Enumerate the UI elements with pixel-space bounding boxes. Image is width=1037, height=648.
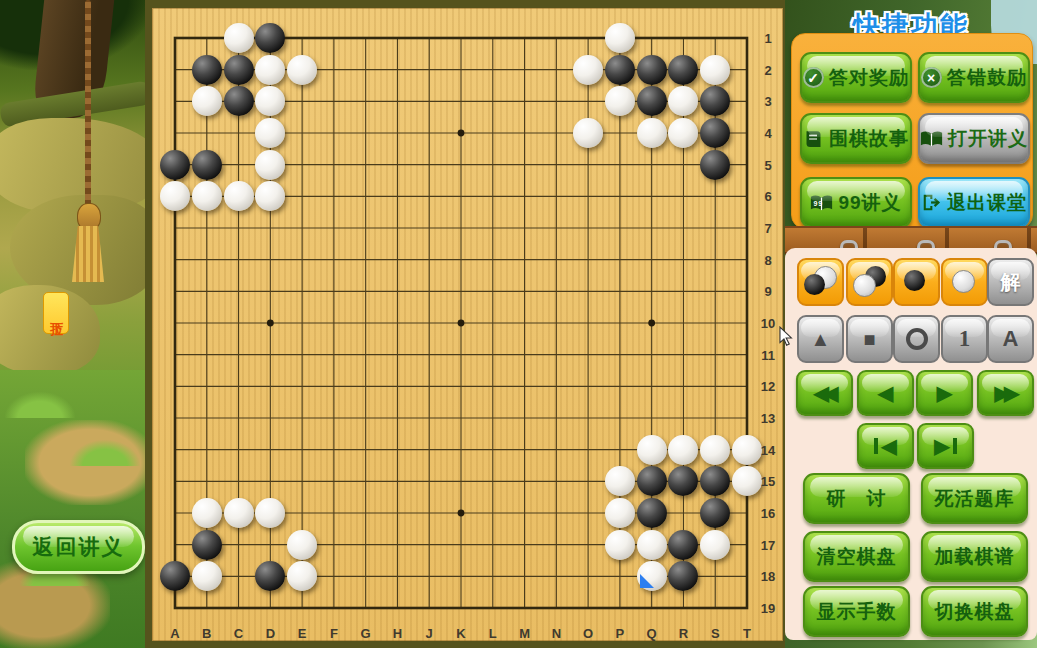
black-stone	[192, 150, 222, 180]
column-label: P	[609, 626, 631, 641]
jump-end-button[interactable]: ▶	[917, 423, 974, 469]
black-stone	[605, 55, 635, 85]
button-label: 答错鼓励	[947, 65, 1027, 91]
white-stone-tool[interactable]	[941, 258, 988, 306]
rewind-icon: ◀◀	[817, 381, 833, 405]
letter-marker-button[interactable]: A	[987, 315, 1034, 363]
x-circle-icon: ×	[921, 67, 942, 88]
hanging-rope	[85, 0, 91, 212]
clear-board-button[interactable]: 清空棋盘	[803, 531, 910, 582]
grass-tuft	[70, 440, 140, 466]
circle-icon	[906, 328, 928, 350]
column-label: D	[259, 626, 281, 641]
white-stone	[192, 561, 222, 591]
row-label: 2	[757, 63, 779, 78]
go-story-button[interactable]: 围棋故事	[800, 113, 912, 164]
black-stone	[192, 55, 222, 85]
button-label: 清空棋盘	[817, 544, 897, 570]
white-stone	[573, 55, 603, 85]
open-book-icon	[920, 130, 943, 148]
go-board[interactable]: ABCDEFGHJKLMNOPQRST 12345678910111213141…	[152, 8, 783, 641]
black-stone-tool[interactable]	[893, 258, 940, 306]
triangle-marker-button[interactable]: ▲	[797, 315, 844, 363]
grass-tuft	[5, 392, 75, 418]
black-stone	[668, 530, 698, 560]
white-stone	[637, 530, 667, 560]
white-stone	[287, 530, 317, 560]
button-label: 打开讲义	[948, 126, 1028, 152]
row-label: 10	[757, 316, 779, 331]
row-label: 5	[757, 158, 779, 173]
triangle-icon: ▲	[811, 328, 831, 351]
white-stone-icon	[952, 270, 975, 293]
black-stone	[192, 530, 222, 560]
white-stone	[224, 181, 254, 211]
white-stone	[700, 55, 730, 85]
row-label: 18	[757, 569, 779, 584]
row-label: 15	[757, 474, 779, 489]
white-stone	[573, 118, 603, 148]
column-label: J	[418, 626, 440, 641]
row-label: 1	[757, 31, 779, 46]
white-stone	[605, 466, 635, 496]
white-stone	[192, 498, 222, 528]
jump-end-icon: ▶	[934, 438, 956, 454]
black-stone	[224, 55, 254, 85]
row-label: 8	[757, 253, 779, 268]
back-button-label: 返回讲义	[33, 533, 125, 561]
row-label: 9	[757, 284, 779, 299]
number-marker-button[interactable]: 1	[941, 315, 988, 363]
jump-start-icon: ◀	[874, 438, 896, 454]
black-stone	[637, 466, 667, 496]
pull-down-tag[interactable]: 下拉	[43, 292, 69, 334]
quick-function-panel: ✓ 答对奖励 × 答错鼓励 围棋故事 打开讲义 99	[791, 33, 1033, 229]
column-label: B	[196, 626, 218, 641]
white-stone	[224, 498, 254, 528]
number-1-icon: 1	[959, 326, 971, 352]
book-99-icon: 99	[810, 194, 833, 212]
last-move-marker	[640, 574, 654, 588]
row-label: 12	[757, 379, 779, 394]
black-then-white-tool[interactable]	[797, 258, 844, 306]
go-teaching-app: 下拉 返回讲义 ABCDEFGHJKLMNOPQRST 123456789101…	[0, 0, 1037, 648]
white-stone	[192, 86, 222, 116]
open-lecture-button[interactable]: 打开讲义	[918, 113, 1030, 164]
square-icon: ■	[863, 328, 875, 351]
black-stone-icon	[904, 270, 925, 291]
white-stone	[605, 530, 635, 560]
research-button[interactable]: 研 讨	[803, 473, 910, 524]
row-label: 11	[757, 348, 779, 363]
white-stone	[668, 435, 698, 465]
button-label: 答对奖励	[829, 65, 909, 91]
column-label: N	[545, 626, 567, 641]
exit-icon	[921, 193, 942, 212]
column-label: R	[672, 626, 694, 641]
step-back-button[interactable]: ◀	[857, 370, 914, 416]
column-label: E	[291, 626, 313, 641]
book-icon	[803, 129, 824, 149]
lecture-99-button[interactable]: 99 99讲义	[800, 177, 912, 228]
row-label: 7	[757, 221, 779, 236]
row-label: 19	[757, 601, 779, 616]
column-label: T	[736, 626, 758, 641]
white-stone	[700, 435, 730, 465]
button-label: 99讲义	[838, 190, 901, 216]
step-forward-icon: ▶	[937, 381, 952, 405]
column-label: H	[386, 626, 408, 641]
right-panel: 快捷功能 ✓ 答对奖励 × 答错鼓励 围棋故事 打开讲义	[785, 0, 1037, 648]
board-column: ABCDEFGHJKLMNOPQRST 12345678910111213141…	[145, 0, 785, 648]
row-label: 4	[757, 126, 779, 141]
answer-label: 解	[1001, 269, 1021, 296]
jump-start-button[interactable]: ◀	[857, 423, 914, 469]
white-stone	[637, 561, 667, 591]
step-forward-button[interactable]: ▶	[916, 370, 973, 416]
square-marker-button[interactable]: ■	[846, 315, 893, 363]
black-stone-icon	[804, 274, 825, 295]
column-label: M	[514, 626, 536, 641]
black-stone	[668, 55, 698, 85]
white-stone	[192, 181, 222, 211]
white-stone	[255, 55, 285, 85]
column-label: O	[577, 626, 599, 641]
check-circle-icon: ✓	[803, 67, 824, 88]
white-stone	[637, 435, 667, 465]
button-label: 显示手数	[817, 599, 897, 625]
rewind-button[interactable]: ◀◀	[796, 370, 853, 416]
black-stone	[637, 86, 667, 116]
column-label: F	[323, 626, 345, 641]
white-stone	[700, 530, 730, 560]
button-label: 死活题库	[935, 486, 1015, 512]
row-label: 16	[757, 506, 779, 521]
answer-button[interactable]: 解	[987, 258, 1034, 306]
black-stone	[637, 55, 667, 85]
switch-board-button[interactable]: 切换棋盘	[921, 586, 1028, 637]
load-kifu-button[interactable]: 加载棋谱	[921, 531, 1028, 582]
row-label: 13	[757, 411, 779, 426]
black-stone	[637, 498, 667, 528]
letter-a-icon: A	[1003, 326, 1019, 352]
fast-forward-icon: ▶▶	[998, 381, 1014, 405]
column-label: C	[228, 626, 250, 641]
fast-forward-button[interactable]: ▶▶	[977, 370, 1034, 416]
step-back-icon: ◀	[878, 381, 893, 405]
white-stone	[605, 498, 635, 528]
white-stone	[255, 150, 285, 180]
black-stone	[224, 86, 254, 116]
white-stone	[637, 118, 667, 148]
svg-text:99: 99	[814, 199, 824, 206]
white-stone	[605, 86, 635, 116]
column-label: S	[704, 626, 726, 641]
white-stone	[287, 55, 317, 85]
row-label: 6	[757, 189, 779, 204]
life-death-problems-button[interactable]: 死活题库	[921, 473, 1028, 524]
circle-marker-button[interactable]	[893, 315, 940, 363]
button-label: 研 讨	[827, 486, 887, 512]
show-move-numbers-button[interactable]: 显示手数	[803, 586, 910, 637]
reward-correct-button[interactable]: ✓ 答对奖励	[800, 52, 912, 103]
exit-class-button[interactable]: 退出课堂	[918, 177, 1030, 228]
white-stone-icon	[853, 274, 876, 297]
black-stone	[700, 150, 730, 180]
row-label: 3	[757, 94, 779, 109]
back-to-lecture-button[interactable]: 返回讲义	[12, 520, 145, 574]
column-label: L	[482, 626, 504, 641]
row-label: 14	[757, 443, 779, 458]
black-stone	[160, 150, 190, 180]
column-label: A	[164, 626, 186, 641]
button-label: 退出课堂	[947, 190, 1027, 216]
button-label: 切换棋盘	[935, 599, 1015, 625]
white-stone	[605, 23, 635, 53]
column-label: K	[450, 626, 472, 641]
left-scenery: 下拉 返回讲义	[0, 0, 152, 648]
button-label: 加载棋谱	[935, 544, 1015, 570]
encourage-wrong-button[interactable]: × 答错鼓励	[918, 52, 1030, 103]
column-label: Q	[641, 626, 663, 641]
mouse-cursor	[777, 326, 794, 351]
button-label: 围棋故事	[829, 126, 909, 152]
white-then-black-tool[interactable]	[846, 258, 893, 306]
row-label: 17	[757, 538, 779, 553]
column-label: G	[355, 626, 377, 641]
white-stone	[224, 23, 254, 53]
